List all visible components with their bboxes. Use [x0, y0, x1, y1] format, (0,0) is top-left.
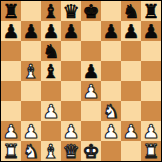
square-d6[interactable]	[61, 41, 81, 61]
square-h4[interactable]	[141, 81, 161, 101]
square-a4[interactable]	[1, 81, 21, 101]
black-rook[interactable]: ♜	[2, 1, 19, 21]
square-c1[interactable]: ♝	[41, 141, 61, 161]
white-king[interactable]: ♚	[82, 141, 99, 161]
square-d1[interactable]: ♛	[61, 141, 81, 161]
white-pawn[interactable]: ♟	[82, 81, 99, 101]
square-b3[interactable]	[21, 101, 41, 121]
black-pawn[interactable]: ♟	[82, 61, 99, 81]
square-h6[interactable]	[141, 41, 161, 61]
square-g7[interactable]: ♟	[121, 21, 141, 41]
square-e5[interactable]: ♟	[81, 61, 101, 81]
square-d5[interactable]	[61, 61, 81, 81]
black-knight[interactable]: ♞	[42, 41, 59, 61]
white-knight[interactable]: ♞	[22, 141, 39, 161]
white-pawn[interactable]: ♟	[102, 121, 119, 141]
square-f4[interactable]	[101, 81, 121, 101]
square-b5[interactable]: ♝	[21, 61, 41, 81]
chess-board: ♜♝♛♚♞♜♟♟♟♟♟♟♟♞♝♝♟♟♟♞♟♟♟♟♟♟♜♞♝♛♚♜	[1, 1, 161, 161]
white-pawn[interactable]: ♟	[62, 121, 79, 141]
white-pawn[interactable]: ♟	[22, 121, 39, 141]
black-pawn[interactable]: ♟	[122, 21, 139, 41]
square-a8[interactable]: ♜	[1, 1, 21, 21]
black-pawn[interactable]: ♟	[22, 21, 39, 41]
square-d3[interactable]	[61, 101, 81, 121]
square-g2[interactable]: ♟	[121, 121, 141, 141]
square-d4[interactable]	[61, 81, 81, 101]
square-a5[interactable]	[1, 61, 21, 81]
white-pawn[interactable]: ♟	[142, 121, 159, 141]
black-bishop[interactable]: ♝	[42, 61, 59, 81]
black-knight[interactable]: ♞	[122, 1, 139, 21]
black-king[interactable]: ♚	[82, 1, 99, 21]
square-b6[interactable]	[21, 41, 41, 61]
square-e7[interactable]	[81, 21, 101, 41]
white-rook[interactable]: ♜	[142, 141, 159, 161]
square-e8[interactable]: ♚	[81, 1, 101, 21]
square-e4[interactable]: ♟	[81, 81, 101, 101]
square-f8[interactable]	[101, 1, 121, 21]
white-knight[interactable]: ♞	[102, 101, 119, 121]
chess-board-frame: ♜♝♛♚♞♜♟♟♟♟♟♟♟♞♝♝♟♟♟♞♟♟♟♟♟♟♜♞♝♛♚♜	[0, 0, 162, 162]
square-f5[interactable]	[101, 61, 121, 81]
square-c2[interactable]	[41, 121, 61, 141]
white-bishop[interactable]: ♝	[42, 141, 59, 161]
square-c3[interactable]: ♟	[41, 101, 61, 121]
square-f1[interactable]	[101, 141, 121, 161]
square-f2[interactable]: ♟	[101, 121, 121, 141]
black-queen[interactable]: ♛	[62, 1, 79, 21]
square-e1[interactable]: ♚	[81, 141, 101, 161]
white-rook[interactable]: ♜	[2, 141, 19, 161]
square-c8[interactable]: ♝	[41, 1, 61, 21]
black-pawn[interactable]: ♟	[142, 21, 159, 41]
square-d2[interactable]: ♟	[61, 121, 81, 141]
square-h7[interactable]: ♟	[141, 21, 161, 41]
square-h1[interactable]: ♜	[141, 141, 161, 161]
black-bishop[interactable]: ♝	[42, 1, 59, 21]
square-g3[interactable]	[121, 101, 141, 121]
white-pawn[interactable]: ♟	[122, 121, 139, 141]
white-pawn[interactable]: ♟	[2, 121, 19, 141]
black-pawn[interactable]: ♟	[62, 21, 79, 41]
black-pawn[interactable]: ♟	[102, 21, 119, 41]
square-b2[interactable]: ♟	[21, 121, 41, 141]
black-pawn[interactable]: ♟	[42, 21, 59, 41]
square-f6[interactable]	[101, 41, 121, 61]
square-a6[interactable]	[1, 41, 21, 61]
square-c4[interactable]	[41, 81, 61, 101]
square-f3[interactable]: ♞	[101, 101, 121, 121]
square-h5[interactable]	[141, 61, 161, 81]
square-a2[interactable]: ♟	[1, 121, 21, 141]
square-a3[interactable]	[1, 101, 21, 121]
square-e3[interactable]	[81, 101, 101, 121]
black-rook[interactable]: ♜	[142, 1, 159, 21]
white-bishop[interactable]: ♝	[22, 61, 39, 81]
square-d7[interactable]: ♟	[61, 21, 81, 41]
square-g5[interactable]	[121, 61, 141, 81]
square-c5[interactable]: ♝	[41, 61, 61, 81]
square-c6[interactable]: ♞	[41, 41, 61, 61]
square-h8[interactable]: ♜	[141, 1, 161, 21]
white-queen[interactable]: ♛	[62, 141, 79, 161]
square-c7[interactable]: ♟	[41, 21, 61, 41]
black-pawn[interactable]: ♟	[2, 21, 19, 41]
square-g8[interactable]: ♞	[121, 1, 141, 21]
square-a1[interactable]: ♜	[1, 141, 21, 161]
square-b7[interactable]: ♟	[21, 21, 41, 41]
square-g4[interactable]	[121, 81, 141, 101]
square-e2[interactable]	[81, 121, 101, 141]
square-f7[interactable]: ♟	[101, 21, 121, 41]
square-g1[interactable]	[121, 141, 141, 161]
square-g6[interactable]	[121, 41, 141, 61]
square-h2[interactable]: ♟	[141, 121, 161, 141]
square-h3[interactable]	[141, 101, 161, 121]
square-e6[interactable]	[81, 41, 101, 61]
white-pawn[interactable]: ♟	[42, 101, 59, 121]
square-a7[interactable]: ♟	[1, 21, 21, 41]
square-b4[interactable]	[21, 81, 41, 101]
square-d8[interactable]: ♛	[61, 1, 81, 21]
square-b8[interactable]	[21, 1, 41, 21]
square-b1[interactable]: ♞	[21, 141, 41, 161]
